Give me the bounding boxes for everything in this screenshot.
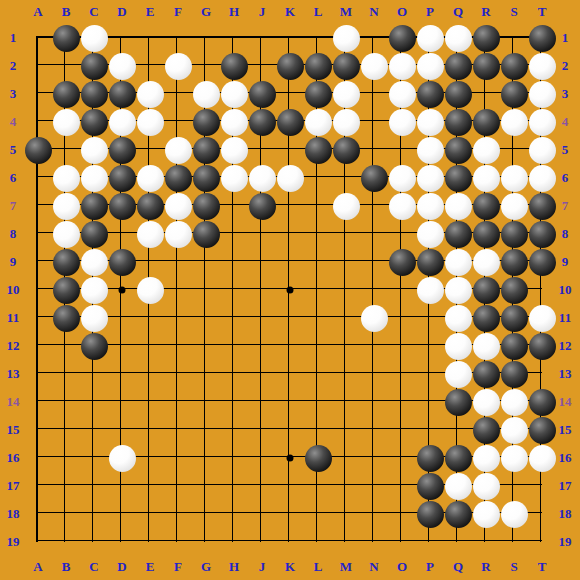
- intersection-T2[interactable]: [528, 52, 556, 80]
- intersection-M3[interactable]: [332, 80, 360, 108]
- intersection-L13[interactable]: [304, 360, 332, 388]
- intersection-N5[interactable]: [360, 136, 388, 164]
- intersection-S1[interactable]: [500, 24, 528, 52]
- intersection-O6[interactable]: [388, 164, 416, 192]
- intersection-P7[interactable]: [416, 192, 444, 220]
- intersection-P11[interactable]: [416, 304, 444, 332]
- intersection-S11[interactable]: [500, 304, 528, 332]
- intersection-H11[interactable]: [220, 304, 248, 332]
- intersection-P10[interactable]: [416, 276, 444, 304]
- intersection-K17[interactable]: [276, 472, 304, 500]
- intersection-P4[interactable]: [416, 108, 444, 136]
- intersection-S6[interactable]: [500, 164, 528, 192]
- intersection-O13[interactable]: [388, 360, 416, 388]
- intersection-Q17[interactable]: [444, 472, 472, 500]
- intersection-H14[interactable]: [220, 388, 248, 416]
- intersection-K11[interactable]: [276, 304, 304, 332]
- intersection-F7[interactable]: [164, 192, 192, 220]
- intersection-L9[interactable]: [304, 248, 332, 276]
- intersection-Q9[interactable]: [444, 248, 472, 276]
- intersection-Q5[interactable]: [444, 136, 472, 164]
- intersection-B16[interactable]: [52, 444, 80, 472]
- intersection-T9[interactable]: [528, 248, 556, 276]
- intersection-T16[interactable]: [528, 444, 556, 472]
- intersection-E15[interactable]: [136, 416, 164, 444]
- intersection-A13[interactable]: [24, 360, 52, 388]
- intersection-G9[interactable]: [192, 248, 220, 276]
- intersection-M4[interactable]: [332, 108, 360, 136]
- intersection-J8[interactable]: [248, 220, 276, 248]
- intersection-G8[interactable]: [192, 220, 220, 248]
- intersection-E8[interactable]: [136, 220, 164, 248]
- intersection-F1[interactable]: [164, 24, 192, 52]
- intersection-S14[interactable]: [500, 388, 528, 416]
- intersection-P1[interactable]: [416, 24, 444, 52]
- intersection-B2[interactable]: [52, 52, 80, 80]
- intersection-Q6[interactable]: [444, 164, 472, 192]
- intersection-Q13[interactable]: [444, 360, 472, 388]
- intersection-P12[interactable]: [416, 332, 444, 360]
- intersection-J18[interactable]: [248, 500, 276, 528]
- intersection-E13[interactable]: [136, 360, 164, 388]
- intersection-K18[interactable]: [276, 500, 304, 528]
- intersection-T11[interactable]: [528, 304, 556, 332]
- intersection-F6[interactable]: [164, 164, 192, 192]
- intersection-R19[interactable]: [472, 528, 500, 556]
- intersection-Q1[interactable]: [444, 24, 472, 52]
- intersection-N12[interactable]: [360, 332, 388, 360]
- intersection-R5[interactable]: [472, 136, 500, 164]
- intersection-H5[interactable]: [220, 136, 248, 164]
- intersection-K12[interactable]: [276, 332, 304, 360]
- intersection-T8[interactable]: [528, 220, 556, 248]
- intersection-G13[interactable]: [192, 360, 220, 388]
- intersection-J9[interactable]: [248, 248, 276, 276]
- intersection-S2[interactable]: [500, 52, 528, 80]
- intersection-H7[interactable]: [220, 192, 248, 220]
- intersection-P2[interactable]: [416, 52, 444, 80]
- intersection-N10[interactable]: [360, 276, 388, 304]
- intersection-B12[interactable]: [52, 332, 80, 360]
- intersection-P8[interactable]: [416, 220, 444, 248]
- intersection-R11[interactable]: [472, 304, 500, 332]
- intersection-S19[interactable]: [500, 528, 528, 556]
- intersection-S15[interactable]: [500, 416, 528, 444]
- intersection-M15[interactable]: [332, 416, 360, 444]
- intersection-R9[interactable]: [472, 248, 500, 276]
- intersection-E1[interactable]: [136, 24, 164, 52]
- intersection-F11[interactable]: [164, 304, 192, 332]
- intersection-K4[interactable]: [276, 108, 304, 136]
- intersection-M16[interactable]: [332, 444, 360, 472]
- intersection-B1[interactable]: [52, 24, 80, 52]
- intersection-D19[interactable]: [108, 528, 136, 556]
- intersection-G16[interactable]: [192, 444, 220, 472]
- intersection-C11[interactable]: [80, 304, 108, 332]
- intersection-Q7[interactable]: [444, 192, 472, 220]
- intersection-C2[interactable]: [80, 52, 108, 80]
- intersection-F2[interactable]: [164, 52, 192, 80]
- intersection-G3[interactable]: [192, 80, 220, 108]
- intersection-M1[interactable]: [332, 24, 360, 52]
- intersection-A18[interactable]: [24, 500, 52, 528]
- intersection-G17[interactable]: [192, 472, 220, 500]
- intersection-T3[interactable]: [528, 80, 556, 108]
- intersection-K19[interactable]: [276, 528, 304, 556]
- intersection-C10[interactable]: [80, 276, 108, 304]
- intersection-G15[interactable]: [192, 416, 220, 444]
- intersection-N18[interactable]: [360, 500, 388, 528]
- intersection-Q11[interactable]: [444, 304, 472, 332]
- intersection-B5[interactable]: [52, 136, 80, 164]
- intersection-R6[interactable]: [472, 164, 500, 192]
- intersection-Q15[interactable]: [444, 416, 472, 444]
- intersection-K2[interactable]: [276, 52, 304, 80]
- intersection-O17[interactable]: [388, 472, 416, 500]
- intersection-K5[interactable]: [276, 136, 304, 164]
- intersection-H19[interactable]: [220, 528, 248, 556]
- intersection-C8[interactable]: [80, 220, 108, 248]
- intersection-M13[interactable]: [332, 360, 360, 388]
- intersection-J19[interactable]: [248, 528, 276, 556]
- intersection-C15[interactable]: [80, 416, 108, 444]
- intersection-K10[interactable]: [276, 276, 304, 304]
- intersection-L18[interactable]: [304, 500, 332, 528]
- intersection-F4[interactable]: [164, 108, 192, 136]
- intersection-F18[interactable]: [164, 500, 192, 528]
- intersection-T15[interactable]: [528, 416, 556, 444]
- intersection-A10[interactable]: [24, 276, 52, 304]
- intersection-T1[interactable]: [528, 24, 556, 52]
- intersection-J4[interactable]: [248, 108, 276, 136]
- intersection-T4[interactable]: [528, 108, 556, 136]
- intersection-C9[interactable]: [80, 248, 108, 276]
- intersection-L12[interactable]: [304, 332, 332, 360]
- intersection-M19[interactable]: [332, 528, 360, 556]
- intersection-Q12[interactable]: [444, 332, 472, 360]
- intersection-D7[interactable]: [108, 192, 136, 220]
- intersection-C7[interactable]: [80, 192, 108, 220]
- intersection-Q10[interactable]: [444, 276, 472, 304]
- intersection-P17[interactable]: [416, 472, 444, 500]
- intersection-Q8[interactable]: [444, 220, 472, 248]
- intersection-J17[interactable]: [248, 472, 276, 500]
- intersection-S13[interactable]: [500, 360, 528, 388]
- intersection-O8[interactable]: [388, 220, 416, 248]
- intersection-Q14[interactable]: [444, 388, 472, 416]
- intersection-D1[interactable]: [108, 24, 136, 52]
- intersection-C3[interactable]: [80, 80, 108, 108]
- intersection-J6[interactable]: [248, 164, 276, 192]
- intersection-G14[interactable]: [192, 388, 220, 416]
- intersection-T12[interactable]: [528, 332, 556, 360]
- intersection-D13[interactable]: [108, 360, 136, 388]
- intersection-O9[interactable]: [388, 248, 416, 276]
- intersection-B3[interactable]: [52, 80, 80, 108]
- intersection-L1[interactable]: [304, 24, 332, 52]
- intersection-J12[interactable]: [248, 332, 276, 360]
- intersection-N6[interactable]: [360, 164, 388, 192]
- intersection-H17[interactable]: [220, 472, 248, 500]
- intersection-M10[interactable]: [332, 276, 360, 304]
- intersection-H16[interactable]: [220, 444, 248, 472]
- intersection-D17[interactable]: [108, 472, 136, 500]
- intersection-J15[interactable]: [248, 416, 276, 444]
- intersection-K14[interactable]: [276, 388, 304, 416]
- intersection-S16[interactable]: [500, 444, 528, 472]
- intersection-S10[interactable]: [500, 276, 528, 304]
- intersection-O19[interactable]: [388, 528, 416, 556]
- intersection-E3[interactable]: [136, 80, 164, 108]
- intersection-H13[interactable]: [220, 360, 248, 388]
- intersection-C13[interactable]: [80, 360, 108, 388]
- intersection-N8[interactable]: [360, 220, 388, 248]
- intersection-T10[interactable]: [528, 276, 556, 304]
- intersection-F12[interactable]: [164, 332, 192, 360]
- intersection-C5[interactable]: [80, 136, 108, 164]
- intersection-E12[interactable]: [136, 332, 164, 360]
- intersection-A17[interactable]: [24, 472, 52, 500]
- intersection-E19[interactable]: [136, 528, 164, 556]
- intersection-N2[interactable]: [360, 52, 388, 80]
- intersection-P18[interactable]: [416, 500, 444, 528]
- intersection-K6[interactable]: [276, 164, 304, 192]
- intersection-M9[interactable]: [332, 248, 360, 276]
- intersection-G6[interactable]: [192, 164, 220, 192]
- intersection-M14[interactable]: [332, 388, 360, 416]
- intersection-K13[interactable]: [276, 360, 304, 388]
- intersection-H1[interactable]: [220, 24, 248, 52]
- intersection-F8[interactable]: [164, 220, 192, 248]
- intersection-K3[interactable]: [276, 80, 304, 108]
- intersection-B11[interactable]: [52, 304, 80, 332]
- intersection-E11[interactable]: [136, 304, 164, 332]
- intersection-T19[interactable]: [528, 528, 556, 556]
- intersection-J13[interactable]: [248, 360, 276, 388]
- intersection-A3[interactable]: [24, 80, 52, 108]
- intersection-R12[interactable]: [472, 332, 500, 360]
- intersection-E4[interactable]: [136, 108, 164, 136]
- intersection-L4[interactable]: [304, 108, 332, 136]
- intersection-N3[interactable]: [360, 80, 388, 108]
- intersection-C17[interactable]: [80, 472, 108, 500]
- intersection-P19[interactable]: [416, 528, 444, 556]
- intersection-G12[interactable]: [192, 332, 220, 360]
- intersection-F17[interactable]: [164, 472, 192, 500]
- intersection-B14[interactable]: [52, 388, 80, 416]
- intersection-H2[interactable]: [220, 52, 248, 80]
- intersection-A4[interactable]: [24, 108, 52, 136]
- intersection-R2[interactable]: [472, 52, 500, 80]
- intersection-M7[interactable]: [332, 192, 360, 220]
- intersection-G10[interactable]: [192, 276, 220, 304]
- intersection-T17[interactable]: [528, 472, 556, 500]
- intersection-N15[interactable]: [360, 416, 388, 444]
- intersection-R18[interactable]: [472, 500, 500, 528]
- intersection-S17[interactable]: [500, 472, 528, 500]
- intersection-P6[interactable]: [416, 164, 444, 192]
- intersection-S18[interactable]: [500, 500, 528, 528]
- intersection-N17[interactable]: [360, 472, 388, 500]
- intersection-S3[interactable]: [500, 80, 528, 108]
- intersection-S9[interactable]: [500, 248, 528, 276]
- intersection-F9[interactable]: [164, 248, 192, 276]
- intersection-J3[interactable]: [248, 80, 276, 108]
- intersection-L5[interactable]: [304, 136, 332, 164]
- intersection-A16[interactable]: [24, 444, 52, 472]
- intersection-G1[interactable]: [192, 24, 220, 52]
- intersection-D4[interactable]: [108, 108, 136, 136]
- intersection-F5[interactable]: [164, 136, 192, 164]
- intersection-F14[interactable]: [164, 388, 192, 416]
- intersection-T5[interactable]: [528, 136, 556, 164]
- intersection-J2[interactable]: [248, 52, 276, 80]
- intersection-H10[interactable]: [220, 276, 248, 304]
- intersection-J11[interactable]: [248, 304, 276, 332]
- intersection-L19[interactable]: [304, 528, 332, 556]
- intersection-J16[interactable]: [248, 444, 276, 472]
- intersection-F15[interactable]: [164, 416, 192, 444]
- intersection-A11[interactable]: [24, 304, 52, 332]
- intersection-S7[interactable]: [500, 192, 528, 220]
- intersection-F3[interactable]: [164, 80, 192, 108]
- intersection-Q2[interactable]: [444, 52, 472, 80]
- intersection-M17[interactable]: [332, 472, 360, 500]
- intersection-G7[interactable]: [192, 192, 220, 220]
- intersection-B15[interactable]: [52, 416, 80, 444]
- intersection-H6[interactable]: [220, 164, 248, 192]
- intersection-M6[interactable]: [332, 164, 360, 192]
- intersection-D12[interactable]: [108, 332, 136, 360]
- intersection-E14[interactable]: [136, 388, 164, 416]
- intersection-R17[interactable]: [472, 472, 500, 500]
- intersection-G18[interactable]: [192, 500, 220, 528]
- intersection-R7[interactable]: [472, 192, 500, 220]
- intersection-A8[interactable]: [24, 220, 52, 248]
- intersection-C18[interactable]: [80, 500, 108, 528]
- intersection-A12[interactable]: [24, 332, 52, 360]
- intersection-N16[interactable]: [360, 444, 388, 472]
- intersection-P15[interactable]: [416, 416, 444, 444]
- intersection-D5[interactable]: [108, 136, 136, 164]
- intersection-J14[interactable]: [248, 388, 276, 416]
- intersection-D9[interactable]: [108, 248, 136, 276]
- intersection-C19[interactable]: [80, 528, 108, 556]
- intersection-Q19[interactable]: [444, 528, 472, 556]
- intersection-B13[interactable]: [52, 360, 80, 388]
- intersection-R4[interactable]: [472, 108, 500, 136]
- intersection-N4[interactable]: [360, 108, 388, 136]
- intersection-K16[interactable]: [276, 444, 304, 472]
- intersection-O4[interactable]: [388, 108, 416, 136]
- intersection-R16[interactable]: [472, 444, 500, 472]
- intersection-P3[interactable]: [416, 80, 444, 108]
- intersection-C4[interactable]: [80, 108, 108, 136]
- intersection-T13[interactable]: [528, 360, 556, 388]
- intersection-O7[interactable]: [388, 192, 416, 220]
- intersection-N9[interactable]: [360, 248, 388, 276]
- intersection-E18[interactable]: [136, 500, 164, 528]
- intersection-N1[interactable]: [360, 24, 388, 52]
- intersection-A7[interactable]: [24, 192, 52, 220]
- intersection-L15[interactable]: [304, 416, 332, 444]
- intersection-D8[interactable]: [108, 220, 136, 248]
- intersection-O14[interactable]: [388, 388, 416, 416]
- intersection-K7[interactable]: [276, 192, 304, 220]
- intersection-E6[interactable]: [136, 164, 164, 192]
- intersection-P14[interactable]: [416, 388, 444, 416]
- intersection-J7[interactable]: [248, 192, 276, 220]
- intersection-Q3[interactable]: [444, 80, 472, 108]
- intersection-S5[interactable]: [500, 136, 528, 164]
- intersection-M11[interactable]: [332, 304, 360, 332]
- intersection-N14[interactable]: [360, 388, 388, 416]
- intersection-P16[interactable]: [416, 444, 444, 472]
- intersection-D3[interactable]: [108, 80, 136, 108]
- intersection-K9[interactable]: [276, 248, 304, 276]
- intersection-H8[interactable]: [220, 220, 248, 248]
- intersection-B10[interactable]: [52, 276, 80, 304]
- intersection-M8[interactable]: [332, 220, 360, 248]
- intersection-R8[interactable]: [472, 220, 500, 248]
- intersection-A19[interactable]: [24, 528, 52, 556]
- intersection-C14[interactable]: [80, 388, 108, 416]
- intersection-N13[interactable]: [360, 360, 388, 388]
- intersection-A9[interactable]: [24, 248, 52, 276]
- intersection-H9[interactable]: [220, 248, 248, 276]
- intersection-B7[interactable]: [52, 192, 80, 220]
- intersection-L7[interactable]: [304, 192, 332, 220]
- intersection-G2[interactable]: [192, 52, 220, 80]
- intersection-G19[interactable]: [192, 528, 220, 556]
- intersection-A5[interactable]: [24, 136, 52, 164]
- intersection-B18[interactable]: [52, 500, 80, 528]
- intersection-E2[interactable]: [136, 52, 164, 80]
- intersection-A14[interactable]: [24, 388, 52, 416]
- intersection-J5[interactable]: [248, 136, 276, 164]
- intersection-T14[interactable]: [528, 388, 556, 416]
- intersection-G11[interactable]: [192, 304, 220, 332]
- intersection-A2[interactable]: [24, 52, 52, 80]
- intersection-Q4[interactable]: [444, 108, 472, 136]
- intersection-R15[interactable]: [472, 416, 500, 444]
- intersection-A6[interactable]: [24, 164, 52, 192]
- intersection-D14[interactable]: [108, 388, 136, 416]
- intersection-O10[interactable]: [388, 276, 416, 304]
- intersection-J10[interactable]: [248, 276, 276, 304]
- intersection-O15[interactable]: [388, 416, 416, 444]
- intersection-L3[interactable]: [304, 80, 332, 108]
- intersection-E16[interactable]: [136, 444, 164, 472]
- intersection-Q16[interactable]: [444, 444, 472, 472]
- intersection-O18[interactable]: [388, 500, 416, 528]
- intersection-F13[interactable]: [164, 360, 192, 388]
- intersection-O16[interactable]: [388, 444, 416, 472]
- intersection-O12[interactable]: [388, 332, 416, 360]
- intersection-D6[interactable]: [108, 164, 136, 192]
- intersection-P9[interactable]: [416, 248, 444, 276]
- intersection-D11[interactable]: [108, 304, 136, 332]
- intersection-L8[interactable]: [304, 220, 332, 248]
- intersection-L6[interactable]: [304, 164, 332, 192]
- intersection-E17[interactable]: [136, 472, 164, 500]
- intersection-H18[interactable]: [220, 500, 248, 528]
- intersection-M5[interactable]: [332, 136, 360, 164]
- intersection-R3[interactable]: [472, 80, 500, 108]
- intersection-E5[interactable]: [136, 136, 164, 164]
- intersection-G4[interactable]: [192, 108, 220, 136]
- intersection-S4[interactable]: [500, 108, 528, 136]
